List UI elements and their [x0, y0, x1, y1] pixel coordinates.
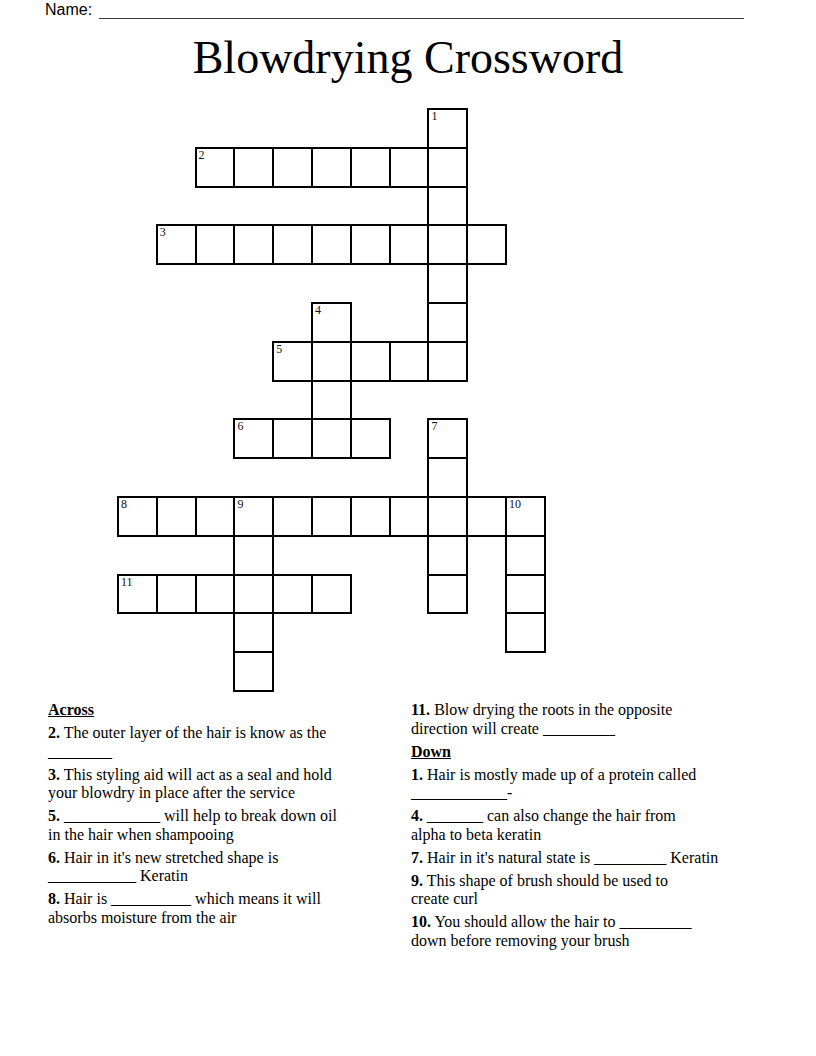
grid-cell[interactable]	[195, 496, 236, 537]
cell-number: 1	[431, 110, 437, 123]
grid-cell[interactable]: 2	[195, 147, 236, 188]
grid-cell[interactable]	[350, 418, 391, 459]
grid-cell[interactable]	[311, 418, 352, 459]
clue-text: ________	[48, 743, 398, 762]
grid-cell[interactable]	[311, 147, 352, 188]
grid-cell[interactable]	[427, 457, 468, 498]
clue-across-11: 11. Blow drying the roots in the opposit…	[411, 701, 771, 738]
crossword-grid: 1234567891011	[117, 108, 546, 692]
down-clues-column: 11. Blow drying the roots in the opposit…	[411, 701, 771, 955]
clue-across-3: 3. This styling aid will act as a seal a…	[48, 766, 398, 803]
grid-cell[interactable]	[350, 147, 391, 188]
grid-cell[interactable]: 6	[233, 418, 274, 459]
clue-number: 8.	[48, 890, 60, 907]
clue-text: Hair is __________ which means it will	[64, 890, 321, 907]
clue-number: 10.	[411, 913, 431, 930]
grid-cell[interactable]	[505, 574, 546, 615]
clue-text: _______ can also change the hair from	[427, 807, 676, 824]
puzzle-title: Blowdrying Crossword	[0, 32, 816, 84]
cell-number: 9	[237, 498, 243, 511]
cell-number: 10	[509, 498, 521, 511]
grid-cell[interactable]: 3	[156, 224, 197, 265]
clue-text: your blowdry in place after the service	[48, 784, 398, 803]
grid-cell[interactable]	[389, 224, 430, 265]
clue-number: 5.	[48, 807, 60, 824]
clue-across-5: 5. ____________ will help to break down …	[48, 807, 398, 844]
clue-across-2: 2. The outer layer of the hair is know a…	[48, 724, 398, 761]
cell-number: 7	[431, 420, 437, 433]
grid-cell[interactable]	[350, 496, 391, 537]
grid-cell[interactable]	[505, 535, 546, 576]
name-row: Name:	[45, 1, 816, 19]
grid-cell[interactable]	[427, 147, 468, 188]
grid-cell[interactable]	[233, 224, 274, 265]
cell-number: 2	[199, 149, 205, 162]
name-label: Name:	[45, 1, 92, 19]
grid-cell[interactable]	[311, 380, 352, 421]
grid-cell[interactable]	[427, 496, 468, 537]
grid-cell[interactable]	[466, 224, 507, 265]
clue-down-4: 4. _______ can also change the hair from…	[411, 807, 771, 844]
grid-cell[interactable]	[272, 496, 313, 537]
grid-cell[interactable]	[272, 418, 313, 459]
grid-cell[interactable]	[427, 186, 468, 227]
grid-cell[interactable]	[311, 496, 352, 537]
grid-cell[interactable]	[389, 496, 430, 537]
clue-number: 2.	[48, 724, 60, 741]
grid-cell[interactable]: 10	[505, 496, 546, 537]
clue-text: ___________ Keratin	[48, 867, 398, 886]
cell-number: 11	[121, 576, 133, 589]
grid-cell[interactable]	[233, 612, 274, 653]
grid-cell[interactable]	[389, 341, 430, 382]
grid-cell[interactable]	[350, 224, 391, 265]
clue-text: Hair in it's new stretched shape is	[64, 849, 278, 866]
clue-across-8: 8. Hair is __________ which means it wil…	[48, 890, 398, 927]
grid-cell[interactable]: 8	[117, 496, 158, 537]
clue-number: 7.	[411, 849, 423, 866]
grid-cell[interactable]	[233, 574, 274, 615]
grid-cell[interactable]	[466, 496, 507, 537]
grid-cell[interactable]	[350, 341, 391, 382]
grid-cell[interactable]	[195, 224, 236, 265]
clue-text: Blow drying the roots in the opposite	[434, 701, 672, 718]
grid-cell[interactable]	[427, 263, 468, 304]
clue-text: This styling aid will act as a seal and …	[64, 766, 332, 783]
clue-text: ____________-	[411, 784, 771, 803]
cell-number: 6	[237, 420, 243, 433]
clue-down-10: 10. You should allow the hair to _______…	[411, 913, 771, 950]
down-heading: Down	[411, 743, 771, 762]
cell-number: 4	[315, 304, 321, 317]
clue-text: The outer layer of the hair is know as t…	[64, 724, 327, 741]
clue-number: 11.	[411, 701, 430, 718]
grid-cell[interactable]	[427, 302, 468, 343]
grid-cell[interactable]	[427, 574, 468, 615]
grid-cell[interactable]	[427, 535, 468, 576]
grid-cell[interactable]	[233, 147, 274, 188]
clue-number: 3.	[48, 766, 60, 783]
grid-cell[interactable]: 7	[427, 418, 468, 459]
cell-number: 5	[276, 343, 282, 356]
across-heading: Across	[48, 701, 398, 720]
cell-number: 8	[121, 498, 127, 511]
cell-number: 3	[160, 226, 166, 239]
grid-cell[interactable]	[505, 612, 546, 653]
across-clues-column: Across 2. The outer layer of the hair is…	[48, 701, 398, 932]
grid-cell[interactable]	[233, 651, 274, 692]
clue-text: absorbs moisture from the air	[48, 909, 398, 928]
grid-cell[interactable]	[427, 341, 468, 382]
grid-cell[interactable]	[311, 574, 352, 615]
clue-text: in the hair when shampooing	[48, 826, 398, 845]
grid-cell[interactable]: 11	[117, 574, 158, 615]
clue-down-9: 9. This shape of brush should be used to…	[411, 872, 771, 909]
clue-number: 4.	[411, 807, 423, 824]
grid-cell[interactable]: 4	[311, 302, 352, 343]
grid-cell[interactable]	[156, 496, 197, 537]
clue-number: 1.	[411, 766, 423, 783]
grid-cell[interactable]	[311, 341, 352, 382]
grid-cell[interactable]	[427, 224, 468, 265]
clue-text: ____________ will help to break down oil	[64, 807, 337, 824]
grid-cell[interactable]	[195, 574, 236, 615]
clue-down-1: 1. Hair is mostly made up of a protein c…	[411, 766, 771, 803]
grid-cell[interactable]	[233, 535, 274, 576]
clue-text: direction will create _________	[411, 720, 771, 739]
grid-cell[interactable]	[272, 224, 313, 265]
clue-text: alpha to beta keratin	[411, 826, 771, 845]
clue-across-6: 6. Hair in it's new stretched shape is _…	[48, 849, 398, 886]
clue-text: create curl	[411, 890, 771, 909]
grid-cell[interactable]: 9	[233, 496, 274, 537]
grid-cell[interactable]	[272, 147, 313, 188]
clue-text: This shape of brush should be used to	[427, 872, 668, 889]
clue-text: You should allow the hair to _________	[434, 913, 691, 930]
grid-cell[interactable]	[311, 224, 352, 265]
grid-cell[interactable]	[156, 574, 197, 615]
grid-cell[interactable]: 1	[427, 108, 468, 149]
clue-down-7: 7. Hair in it's natural state is _______…	[411, 849, 771, 868]
clue-text: Hair is mostly made up of a protein call…	[427, 766, 696, 783]
clue-text: down before removing your brush	[411, 932, 771, 951]
name-blank-line[interactable]	[99, 1, 744, 19]
clue-text: Hair in it's natural state is _________ …	[427, 849, 718, 866]
clue-number: 6.	[48, 849, 60, 866]
grid-cell[interactable]: 5	[272, 341, 313, 382]
grid-cell[interactable]	[272, 574, 313, 615]
clue-number: 9.	[411, 872, 423, 889]
grid-cell[interactable]	[389, 147, 430, 188]
